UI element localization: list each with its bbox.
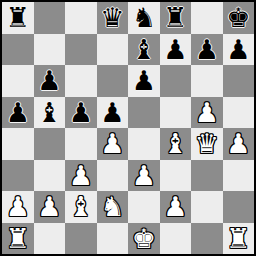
- chess-board: ♜♛♞♜♚♝♟♟♟♟♟♟♝♟♟♟♟♝♛♟♟♟♟♟♝♞♟♜♚♜: [0, 0, 256, 256]
- white-queen: ♛: [195, 130, 219, 157]
- square-g6[interactable]: [191, 65, 223, 97]
- square-g3[interactable]: [191, 160, 223, 192]
- square-g2[interactable]: [191, 191, 223, 223]
- square-a5[interactable]: ♟: [2, 97, 34, 129]
- square-f8[interactable]: ♜: [160, 2, 192, 34]
- square-a8[interactable]: ♜: [2, 2, 34, 34]
- square-h3[interactable]: [223, 160, 255, 192]
- square-d1[interactable]: [97, 223, 129, 255]
- square-b5[interactable]: ♝: [34, 97, 66, 129]
- square-f4[interactable]: ♝: [160, 128, 192, 160]
- black-rook: ♜: [6, 4, 30, 31]
- square-c2[interactable]: ♝: [65, 191, 97, 223]
- black-pawn: ♟: [37, 67, 61, 94]
- square-d8[interactable]: ♛: [97, 2, 129, 34]
- square-e1[interactable]: ♚: [128, 223, 160, 255]
- square-b2[interactable]: ♟: [34, 191, 66, 223]
- square-b3[interactable]: [34, 160, 66, 192]
- square-e5[interactable]: [128, 97, 160, 129]
- square-c7[interactable]: [65, 34, 97, 66]
- white-pawn: ♟: [100, 130, 124, 157]
- square-a2[interactable]: ♟: [2, 191, 34, 223]
- square-a1[interactable]: ♜: [2, 223, 34, 255]
- square-a4[interactable]: [2, 128, 34, 160]
- white-bishop: ♝: [163, 130, 187, 157]
- black-knight: ♞: [132, 4, 156, 31]
- square-f3[interactable]: [160, 160, 192, 192]
- square-e3[interactable]: ♟: [128, 160, 160, 192]
- square-b8[interactable]: [34, 2, 66, 34]
- white-rook: ♜: [6, 225, 30, 252]
- square-a6[interactable]: [2, 65, 34, 97]
- square-h6[interactable]: [223, 65, 255, 97]
- square-d2[interactable]: ♞: [97, 191, 129, 223]
- square-h4[interactable]: ♟: [223, 128, 255, 160]
- square-g8[interactable]: [191, 2, 223, 34]
- black-queen: ♛: [100, 4, 124, 31]
- white-pawn: ♟: [163, 193, 187, 220]
- square-g4[interactable]: ♛: [191, 128, 223, 160]
- square-b4[interactable]: [34, 128, 66, 160]
- square-f6[interactable]: [160, 65, 192, 97]
- black-pawn: ♟: [100, 99, 124, 126]
- square-d7[interactable]: [97, 34, 129, 66]
- square-b1[interactable]: [34, 223, 66, 255]
- black-bishop: ♝: [132, 36, 156, 63]
- white-knight: ♞: [100, 193, 124, 220]
- square-b6[interactable]: ♟: [34, 65, 66, 97]
- square-b7[interactable]: [34, 34, 66, 66]
- square-h1[interactable]: ♜: [223, 223, 255, 255]
- white-pawn: ♟: [37, 193, 61, 220]
- square-d4[interactable]: ♟: [97, 128, 129, 160]
- black-rook: ♜: [163, 4, 187, 31]
- white-pawn: ♟: [6, 193, 30, 220]
- square-d6[interactable]: [97, 65, 129, 97]
- square-f5[interactable]: [160, 97, 192, 129]
- square-e8[interactable]: ♞: [128, 2, 160, 34]
- square-c1[interactable]: [65, 223, 97, 255]
- square-h2[interactable]: [223, 191, 255, 223]
- square-g1[interactable]: [191, 223, 223, 255]
- square-h5[interactable]: [223, 97, 255, 129]
- white-pawn: ♟: [195, 99, 219, 126]
- black-pawn: ♟: [195, 36, 219, 63]
- black-pawn: ♟: [163, 36, 187, 63]
- square-e4[interactable]: [128, 128, 160, 160]
- square-g7[interactable]: ♟: [191, 34, 223, 66]
- square-f1[interactable]: [160, 223, 192, 255]
- black-pawn: ♟: [226, 36, 250, 63]
- square-d3[interactable]: [97, 160, 129, 192]
- black-bishop: ♝: [37, 99, 61, 126]
- square-h8[interactable]: ♚: [223, 2, 255, 34]
- white-rook: ♜: [226, 225, 250, 252]
- white-pawn: ♟: [226, 130, 250, 157]
- square-a7[interactable]: [2, 34, 34, 66]
- square-e2[interactable]: [128, 191, 160, 223]
- black-pawn: ♟: [6, 99, 30, 126]
- black-pawn: ♟: [69, 99, 93, 126]
- square-d5[interactable]: ♟: [97, 97, 129, 129]
- white-bishop: ♝: [69, 193, 93, 220]
- square-f2[interactable]: ♟: [160, 191, 192, 223]
- square-h7[interactable]: ♟: [223, 34, 255, 66]
- square-c5[interactable]: ♟: [65, 97, 97, 129]
- square-f7[interactable]: ♟: [160, 34, 192, 66]
- black-pawn: ♟: [132, 67, 156, 94]
- square-c3[interactable]: ♟: [65, 160, 97, 192]
- white-king: ♚: [132, 225, 156, 252]
- black-king: ♚: [226, 4, 250, 31]
- square-e6[interactable]: ♟: [128, 65, 160, 97]
- square-a3[interactable]: [2, 160, 34, 192]
- square-c4[interactable]: [65, 128, 97, 160]
- square-g5[interactable]: ♟: [191, 97, 223, 129]
- screenshot-stage: ♜♛♞♜♚♝♟♟♟♟♟♟♝♟♟♟♟♝♛♟♟♟♟♟♝♞♟♜♚♜: [0, 0, 256, 256]
- white-pawn: ♟: [69, 162, 93, 189]
- square-c8[interactable]: [65, 2, 97, 34]
- square-e7[interactable]: ♝: [128, 34, 160, 66]
- square-c6[interactable]: [65, 65, 97, 97]
- white-pawn: ♟: [132, 162, 156, 189]
